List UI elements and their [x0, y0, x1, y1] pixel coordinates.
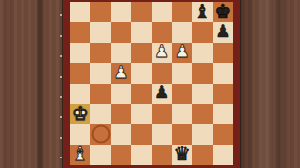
square-h4[interactable] — [213, 84, 233, 104]
square-h5[interactable] — [213, 63, 233, 83]
square-f8[interactable] — [172, 2, 192, 22]
square-g5[interactable] — [192, 63, 212, 83]
square-f4[interactable] — [172, 84, 192, 104]
square-b1[interactable] — [90, 145, 110, 165]
square-h1[interactable] — [213, 145, 233, 165]
square-g6[interactable] — [192, 43, 212, 63]
white-pawn[interactable]: ♟ — [174, 43, 189, 60]
square-a5[interactable] — [70, 63, 90, 83]
square-h7[interactable]: ♟ — [213, 22, 233, 42]
board-grid: ♝♚♟♟♟♟♟♚♝♛ — [70, 2, 233, 165]
square-a7[interactable] — [70, 22, 90, 42]
square-e1[interactable] — [152, 145, 172, 165]
square-c5[interactable]: ♟ — [111, 63, 131, 83]
square-c8[interactable] — [111, 2, 131, 22]
square-a3[interactable]: ♚ — [70, 104, 90, 124]
square-d8[interactable] — [131, 2, 151, 22]
border-ticks-left — [60, 0, 62, 158]
square-g3[interactable] — [192, 104, 212, 124]
square-h2[interactable] — [213, 124, 233, 144]
square-b7[interactable] — [90, 22, 110, 42]
square-d6[interactable] — [131, 43, 151, 63]
square-c7[interactable] — [111, 22, 131, 42]
square-f7[interactable] — [172, 22, 192, 42]
square-g7[interactable] — [192, 22, 212, 42]
square-c4[interactable] — [111, 84, 131, 104]
square-d2[interactable] — [131, 124, 151, 144]
square-b3[interactable] — [90, 104, 110, 124]
square-a8[interactable] — [70, 2, 90, 22]
white-king[interactable]: ♚ — [72, 104, 89, 123]
square-e7[interactable] — [152, 22, 172, 42]
square-c6[interactable] — [111, 43, 131, 63]
square-e8[interactable] — [152, 2, 172, 22]
white-pawn[interactable]: ♟ — [113, 64, 128, 81]
black-bishop[interactable]: ♝ — [194, 2, 211, 21]
square-b8[interactable] — [90, 2, 110, 22]
square-g2[interactable] — [192, 124, 212, 144]
square-g8[interactable]: ♝ — [192, 2, 212, 22]
square-f5[interactable] — [172, 63, 192, 83]
square-g4[interactable] — [192, 84, 212, 104]
square-e2[interactable] — [152, 124, 172, 144]
square-e6[interactable]: ♟ — [152, 43, 172, 63]
square-h3[interactable] — [213, 104, 233, 124]
white-pawn[interactable]: ♟ — [154, 43, 169, 60]
square-d4[interactable] — [131, 84, 151, 104]
black-king[interactable]: ♚ — [214, 2, 231, 21]
black-pawn[interactable]: ♟ — [154, 84, 169, 101]
square-f1[interactable]: ♛ — [172, 145, 192, 165]
square-d7[interactable] — [131, 22, 151, 42]
chess-board: ♝♚♟♟♟♟♟♚♝♛ — [63, 0, 240, 168]
square-e3[interactable] — [152, 104, 172, 124]
square-c1[interactable] — [111, 145, 131, 165]
square-e4[interactable]: ♟ — [152, 84, 172, 104]
square-d3[interactable] — [131, 104, 151, 124]
black-pawn[interactable]: ♟ — [215, 23, 230, 40]
square-b6[interactable] — [90, 43, 110, 63]
square-b5[interactable] — [90, 63, 110, 83]
circle-annotation — [91, 125, 110, 144]
square-b4[interactable] — [90, 84, 110, 104]
square-a6[interactable] — [70, 43, 90, 63]
square-f6[interactable]: ♟ — [172, 43, 192, 63]
white-bishop[interactable]: ♝ — [72, 144, 89, 163]
square-d5[interactable] — [131, 63, 151, 83]
square-g1[interactable] — [192, 145, 212, 165]
wood-background: ♝♚♟♟♟♟♟♚♝♛ — [0, 0, 300, 168]
square-h8[interactable]: ♚ — [213, 2, 233, 22]
square-d1[interactable] — [131, 145, 151, 165]
square-b2[interactable] — [90, 124, 110, 144]
square-f3[interactable] — [172, 104, 192, 124]
square-c3[interactable] — [111, 104, 131, 124]
square-c2[interactable] — [111, 124, 131, 144]
black-queen[interactable]: ♛ — [174, 144, 191, 163]
square-e5[interactable] — [152, 63, 172, 83]
square-a1[interactable]: ♝ — [70, 145, 90, 165]
square-h6[interactable] — [213, 43, 233, 63]
